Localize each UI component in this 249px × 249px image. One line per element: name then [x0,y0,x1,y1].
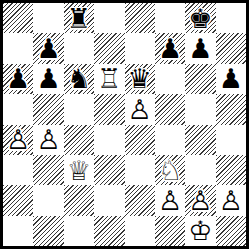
square-a7 [3,33,33,63]
square-a3 [3,155,33,185]
square-c4 [64,125,94,155]
square-e5: ♟♙ [125,94,155,124]
square-f4 [155,125,185,155]
square-a8 [3,3,33,33]
square-c1 [64,216,94,246]
square-d3 [94,155,124,185]
piece-black-pawn-b6: ♟ [33,64,63,94]
square-f7: ♟ [155,33,185,63]
piece-white-king-g1: ♚♔ [185,216,215,246]
square-a4: ♟♙ [3,125,33,155]
piece-white-pawn-a4: ♟♙ [3,125,33,155]
square-a5 [3,94,33,124]
square-d2 [94,185,124,215]
square-c3: ♛♕ [64,155,94,185]
square-g1: ♚♔ [185,216,215,246]
piece-black-pawn-a6: ♟ [3,64,33,94]
square-c7 [64,33,94,63]
square-a2 [3,185,33,215]
square-e4 [125,125,155,155]
square-b5 [33,94,63,124]
square-c8: ♜ [64,3,94,33]
square-e1 [125,216,155,246]
piece-black-pawn-g7: ♟ [185,33,215,63]
square-b7: ♟ [33,33,63,63]
square-b6: ♟ [33,64,63,94]
square-g7: ♟ [185,33,215,63]
piece-white-rook-d6: ♜♖ [94,64,124,94]
square-f5 [155,94,185,124]
piece-black-pawn-b7: ♟ [33,33,63,63]
square-h3 [216,155,246,185]
square-c5 [64,94,94,124]
square-b3 [33,155,63,185]
square-h4 [216,125,246,155]
square-f8 [155,3,185,33]
square-h6: ♟ [216,64,246,94]
square-g6 [185,64,215,94]
piece-white-pawn-f2: ♟♙ [155,185,185,215]
square-h8 [216,3,246,33]
square-f6 [155,64,185,94]
square-c2 [64,185,94,215]
square-e2 [125,185,155,215]
square-b8 [33,3,63,33]
square-a1 [3,216,33,246]
square-d6: ♜♖ [94,64,124,94]
piece-black-pawn-f7: ♟ [155,33,185,63]
piece-black-pawn-h6: ♟ [216,64,246,94]
piece-black-knight-c6: ♞ [64,64,94,94]
square-h7 [216,33,246,63]
piece-black-rook-c8: ♜ [64,3,94,33]
square-h1 [216,216,246,246]
square-c6: ♞ [64,64,94,94]
piece-white-queen-c3: ♛♕ [64,155,94,185]
square-h5 [216,94,246,124]
piece-white-pawn-e5: ♟♙ [125,94,155,124]
square-e3 [125,155,155,185]
piece-black-queen-e6: ♛ [125,64,155,94]
piece-white-knight-f3: ♞♘ [155,155,185,185]
piece-white-pawn-g2: ♟♙ [185,185,215,215]
square-d1 [94,216,124,246]
piece-white-pawn-b4: ♟♙ [33,125,63,155]
chess-diagram: ♜♚♟♟♟♟♟♞♜♖♛♟♟♙♟♙♟♙♛♕♞♘♟♙♟♙♟♙♚♔ [0,0,249,249]
square-b2 [33,185,63,215]
square-e8 [125,3,155,33]
square-g5 [185,94,215,124]
square-b4: ♟♙ [33,125,63,155]
square-d5 [94,94,124,124]
square-f2: ♟♙ [155,185,185,215]
square-g2: ♟♙ [185,185,215,215]
square-h2: ♟♙ [216,185,246,215]
square-g8: ♚ [185,3,215,33]
square-g3 [185,155,215,185]
square-a6: ♟ [3,64,33,94]
square-e7 [125,33,155,63]
square-d8 [94,3,124,33]
piece-black-king-g8: ♚ [185,3,215,33]
square-d7 [94,33,124,63]
chess-board: ♜♚♟♟♟♟♟♞♜♖♛♟♟♙♟♙♟♙♛♕♞♘♟♙♟♙♟♙♚♔ [3,3,246,246]
square-f1 [155,216,185,246]
square-b1 [33,216,63,246]
piece-white-pawn-h2: ♟♙ [216,185,246,215]
square-g4 [185,125,215,155]
square-f3: ♞♘ [155,155,185,185]
square-d4 [94,125,124,155]
square-e6: ♛ [125,64,155,94]
